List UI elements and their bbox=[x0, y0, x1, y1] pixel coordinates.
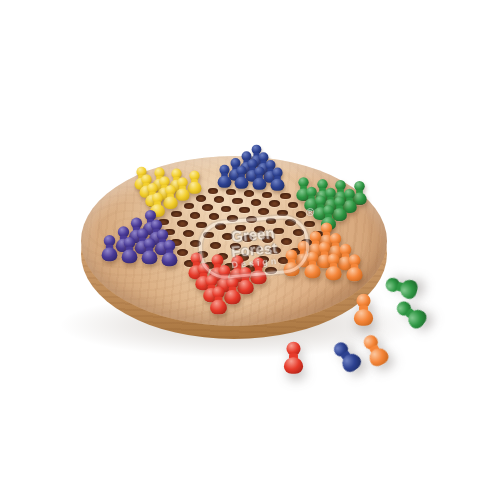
board-hole[interactable] bbox=[280, 193, 290, 199]
board-hole[interactable] bbox=[171, 211, 182, 218]
registered-trademark-icon: ® bbox=[306, 207, 315, 219]
peg-yellow[interactable] bbox=[163, 184, 177, 208]
board-hole[interactable] bbox=[269, 200, 280, 207]
board-hole[interactable] bbox=[262, 192, 272, 198]
peg-purple[interactable] bbox=[101, 235, 117, 261]
peg-body bbox=[101, 248, 117, 262]
peg-body bbox=[163, 196, 177, 208]
peg-blue[interactable] bbox=[217, 164, 231, 187]
peg-body bbox=[283, 357, 302, 374]
peg-blue[interactable] bbox=[271, 168, 285, 191]
board-hole[interactable] bbox=[244, 190, 254, 196]
peg-yellow[interactable] bbox=[176, 177, 190, 201]
peg-blue[interactable] bbox=[235, 165, 249, 188]
peg-purple[interactable] bbox=[141, 238, 157, 264]
board-hole[interactable] bbox=[251, 199, 262, 206]
peg-body bbox=[253, 178, 267, 190]
peg-yellow[interactable] bbox=[188, 170, 202, 193]
board-hole[interactable] bbox=[221, 206, 232, 213]
peg-body bbox=[210, 300, 227, 315]
peg-body bbox=[346, 267, 362, 281]
peg-blue[interactable] bbox=[253, 167, 267, 190]
peg-purple[interactable] bbox=[121, 237, 137, 263]
board-hole[interactable] bbox=[208, 188, 218, 194]
peg-red[interactable] bbox=[210, 287, 227, 315]
board-hole[interactable] bbox=[196, 195, 206, 202]
peg-orange[interactable] bbox=[325, 253, 341, 280]
peg-orange[interactable] bbox=[346, 255, 362, 282]
peg-body bbox=[398, 278, 419, 301]
board-hole[interactable] bbox=[202, 204, 213, 211]
peg-body bbox=[235, 177, 249, 189]
peg-body bbox=[305, 264, 321, 278]
peg-orange[interactable] bbox=[353, 294, 372, 326]
peg-red[interactable] bbox=[283, 342, 302, 374]
peg-body bbox=[325, 266, 341, 280]
board-hole[interactable] bbox=[190, 212, 201, 219]
peg-body bbox=[353, 309, 372, 326]
peg-body bbox=[141, 251, 157, 265]
board-hole[interactable] bbox=[296, 211, 307, 218]
peg-body bbox=[176, 188, 190, 200]
peg-body bbox=[217, 175, 231, 187]
watermark-line3: Design bbox=[231, 256, 280, 269]
board-hole[interactable] bbox=[214, 196, 225, 203]
peg-body bbox=[271, 179, 285, 191]
peg-body bbox=[188, 181, 202, 193]
board-hole[interactable] bbox=[258, 208, 269, 215]
peg-body bbox=[121, 249, 137, 263]
peg-purple[interactable] bbox=[161, 240, 177, 266]
board-hole[interactable] bbox=[177, 220, 188, 227]
product-photo-scene: Green Forest Design ® bbox=[0, 0, 500, 500]
board-hole[interactable] bbox=[232, 198, 243, 205]
peg-body bbox=[161, 252, 177, 266]
watermark: Green Forest Design ® bbox=[197, 213, 312, 280]
peg-green[interactable] bbox=[383, 274, 419, 301]
